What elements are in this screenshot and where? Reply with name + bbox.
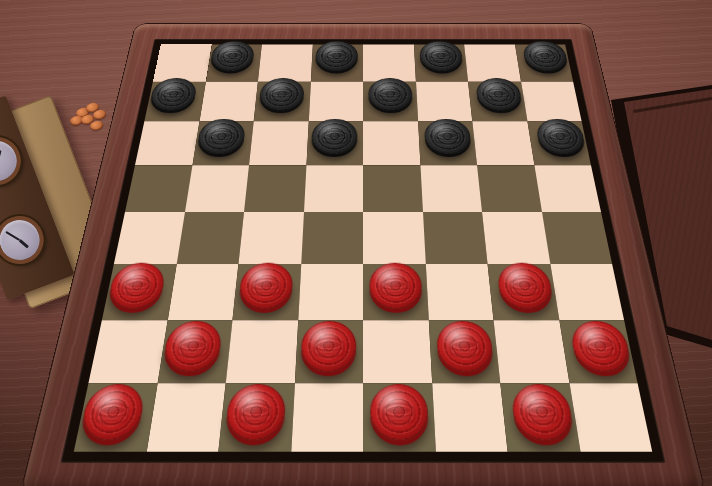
board-square[interactable]: ⛂ xyxy=(232,264,300,321)
board-square[interactable] xyxy=(146,383,226,452)
board-square[interactable] xyxy=(420,165,482,212)
draughts-man-glyph: ⛂ xyxy=(579,321,623,372)
board-square[interactable]: ⛂ xyxy=(468,81,527,121)
board-square[interactable] xyxy=(125,165,192,212)
draughts-man-glyph: ⛂ xyxy=(529,41,561,71)
board-square[interactable]: ⛂ xyxy=(192,121,254,164)
board-square[interactable] xyxy=(301,212,363,264)
board-square[interactable] xyxy=(114,212,185,264)
black-piece[interactable]: ⛂ xyxy=(311,119,357,154)
black-piece[interactable]: ⛂ xyxy=(258,78,304,110)
board-square[interactable]: ⛂ xyxy=(294,320,363,382)
red-piece[interactable]: ⛂ xyxy=(370,384,429,440)
board-square[interactable] xyxy=(464,44,520,81)
board-square[interactable]: ⛂ xyxy=(306,121,363,164)
black-piece[interactable]: ⛂ xyxy=(315,41,358,71)
draughts-man-glyph: ⛂ xyxy=(380,384,418,440)
board-grid: ⛂⛂⛂⛂⛂⛂⛂⛂⛂⛂⛂⛂⛂⛂⛂⛂⛂⛂⛂⛂⛂⛂⛂⛂ xyxy=(74,44,653,451)
black-piece[interactable]: ⛂ xyxy=(522,41,570,71)
board-square[interactable] xyxy=(425,264,493,321)
draughts-man-glyph: ⛂ xyxy=(156,78,190,110)
draughts-man-glyph: ⛂ xyxy=(172,321,213,372)
draughts-man-glyph: ⛂ xyxy=(89,384,136,440)
board-square[interactable] xyxy=(416,81,473,121)
board-square[interactable]: ⛂ xyxy=(414,44,468,81)
red-piece[interactable]: ⛂ xyxy=(510,384,575,440)
black-piece[interactable]: ⛂ xyxy=(535,119,587,154)
red-piece[interactable]: ⛂ xyxy=(238,263,294,309)
board-inner-border: ⛂⛂⛂⛂⛂⛂⛂⛂⛂⛂⛂⛂⛂⛂⛂⛂⛂⛂⛂⛂⛂⛂⛂⛂ xyxy=(60,39,665,463)
board-square[interactable]: ⛂ xyxy=(363,81,418,121)
board-square[interactable] xyxy=(432,383,508,452)
board-square[interactable] xyxy=(494,320,569,382)
draughts-man-glyph: ⛂ xyxy=(379,263,413,309)
draughts-man-glyph: ⛂ xyxy=(505,263,544,309)
board-square[interactable] xyxy=(308,81,363,121)
black-piece[interactable]: ⛂ xyxy=(419,41,463,71)
board-square[interactable] xyxy=(244,165,306,212)
draughts-man-glyph: ⛂ xyxy=(427,41,456,71)
draughts-man-glyph: ⛂ xyxy=(235,384,276,440)
board-square[interactable] xyxy=(363,165,423,212)
draughts-man-glyph: ⛂ xyxy=(266,78,296,110)
red-piece[interactable]: ⛂ xyxy=(162,321,224,372)
board-frame: ⛂⛂⛂⛂⛂⛂⛂⛂⛂⛂⛂⛂⛂⛂⛂⛂⛂⛂⛂⛂⛂⛂⛂⛂ xyxy=(20,24,705,486)
board-square[interactable] xyxy=(167,264,238,321)
draughts-man-glyph: ⛂ xyxy=(217,41,247,71)
draughts-man-glyph: ⛂ xyxy=(376,78,404,110)
board-square[interactable] xyxy=(176,212,244,264)
board-square[interactable]: ⛂ xyxy=(310,44,363,81)
draughts-man-glyph: ⛂ xyxy=(116,263,158,309)
board-square[interactable]: ⛂ xyxy=(500,383,580,452)
draughts-man-glyph: ⛂ xyxy=(483,78,515,110)
checkers-board: ⛂⛂⛂⛂⛂⛂⛂⛂⛂⛂⛂⛂⛂⛂⛂⛂⛂⛂⛂⛂⛂⛂⛂⛂ xyxy=(20,24,705,486)
red-piece[interactable]: ⛂ xyxy=(496,263,554,309)
board-square[interactable] xyxy=(238,212,303,264)
draughts-man-glyph: ⛂ xyxy=(320,119,350,154)
board-square[interactable] xyxy=(153,44,211,81)
board-square[interactable] xyxy=(550,264,624,321)
board-square[interactable]: ⛂ xyxy=(515,44,573,81)
board-square[interactable] xyxy=(482,212,550,264)
board-square[interactable]: ⛂ xyxy=(218,383,294,452)
board-square[interactable]: ⛂ xyxy=(488,264,559,321)
board-square[interactable]: ⛂ xyxy=(102,264,176,321)
board-square[interactable] xyxy=(423,212,488,264)
board-square[interactable]: ⛂ xyxy=(527,121,591,164)
board-square[interactable] xyxy=(226,320,298,382)
board-square[interactable] xyxy=(521,81,582,121)
draughts-man-glyph: ⛂ xyxy=(311,321,347,372)
red-piece[interactable]: ⛂ xyxy=(78,384,146,440)
black-piece[interactable]: ⛂ xyxy=(209,41,255,71)
scene: ⛂⛂⛂⛂⛂⛂⛂⛂⛂⛂⛂⛂⛂⛂⛂⛂⛂⛂⛂⛂⛂⛂⛂⛂ xyxy=(0,0,712,486)
board-square[interactable] xyxy=(135,121,199,164)
red-piece[interactable]: ⛂ xyxy=(369,263,422,309)
board-square[interactable] xyxy=(534,165,601,212)
black-piece[interactable]: ⛂ xyxy=(196,119,246,154)
red-piece[interactable]: ⛂ xyxy=(569,321,633,372)
board-square[interactable]: ⛂ xyxy=(363,264,428,321)
board-square[interactable]: ⛂ xyxy=(144,81,205,121)
board-square[interactable]: ⛂ xyxy=(74,383,157,452)
clock-hand xyxy=(0,150,1,161)
clock-hand xyxy=(19,239,29,248)
board-square[interactable] xyxy=(363,121,420,164)
board-square[interactable] xyxy=(89,320,168,382)
black-piece[interactable]: ⛂ xyxy=(148,78,198,110)
draughts-man-glyph: ⛂ xyxy=(446,321,485,372)
board-square[interactable] xyxy=(472,121,534,164)
board-square[interactable] xyxy=(291,383,363,452)
draughts-man-glyph: ⛂ xyxy=(432,119,463,154)
board-square[interactable]: ⛂ xyxy=(559,320,638,382)
board-square[interactable] xyxy=(185,165,250,212)
board-square[interactable] xyxy=(258,44,312,81)
red-piece[interactable]: ⛂ xyxy=(224,384,286,440)
red-piece[interactable]: ⛂ xyxy=(106,263,167,309)
black-piece[interactable]: ⛂ xyxy=(368,78,413,110)
board-square[interactable] xyxy=(363,212,425,264)
draughts-man-glyph: ⛂ xyxy=(543,119,578,154)
draughts-man-glyph: ⛂ xyxy=(323,41,350,71)
board-square[interactable]: ⛂ xyxy=(205,44,261,81)
board-square[interactable] xyxy=(298,264,363,321)
board-square[interactable] xyxy=(542,212,613,264)
board-square[interactable] xyxy=(477,165,542,212)
draughts-man-glyph: ⛂ xyxy=(205,119,238,154)
board-square[interactable] xyxy=(304,165,364,212)
clock-hand xyxy=(5,231,20,241)
board-square[interactable] xyxy=(363,320,432,382)
red-piece[interactable]: ⛂ xyxy=(300,321,356,372)
board-square[interactable]: ⛂ xyxy=(428,320,500,382)
board-square[interactable]: ⛂ xyxy=(363,383,435,452)
clock-face-bottom xyxy=(0,209,51,271)
board-square[interactable] xyxy=(363,44,416,81)
board-square[interactable]: ⛂ xyxy=(418,121,477,164)
board-square[interactable] xyxy=(199,81,258,121)
draughts-man-glyph: ⛂ xyxy=(520,384,564,440)
draughts-man-glyph: ⛂ xyxy=(248,263,285,309)
board-square[interactable]: ⛂ xyxy=(157,320,232,382)
red-piece[interactable]: ⛂ xyxy=(436,321,495,372)
board-square[interactable]: ⛂ xyxy=(254,81,311,121)
black-piece[interactable]: ⛂ xyxy=(475,78,523,110)
board-square[interactable] xyxy=(249,121,308,164)
board-square[interactable] xyxy=(569,383,652,452)
black-piece[interactable]: ⛂ xyxy=(424,119,472,154)
